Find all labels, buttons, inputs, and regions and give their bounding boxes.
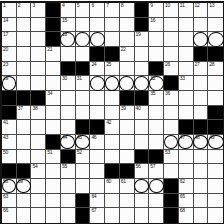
grid-cell[interactable] (31, 135, 46, 150)
grid-cell[interactable] (149, 106, 164, 121)
grid-cell[interactable]: 38 (31, 106, 46, 121)
grid-cell[interactable] (135, 179, 150, 194)
grid-cell[interactable] (194, 208, 209, 223)
circle-marker (90, 76, 105, 91)
black-cell (46, 32, 61, 47)
black-cell (46, 3, 61, 18)
grid-cell[interactable] (194, 18, 209, 33)
clue-number: 3 (32, 3, 34, 8)
clue-number: 39 (121, 106, 126, 111)
grid-cell[interactable] (46, 120, 61, 135)
grid-cell[interactable] (164, 135, 179, 150)
clue-number: 6 (91, 3, 93, 8)
grid-cell[interactable]: 6 (90, 3, 105, 18)
clue-number: 2 (18, 3, 20, 8)
clue-number: 66 (3, 208, 8, 213)
clue-number: 59 (18, 179, 23, 184)
grid-cell[interactable] (120, 208, 135, 223)
circle-marker (193, 32, 208, 47)
clue-number: 53 (165, 150, 170, 155)
grid-cell[interactable]: 36 (164, 91, 179, 106)
grid-cell[interactable] (194, 32, 209, 47)
clue-number: 22 (121, 47, 126, 52)
grid-cell[interactable] (164, 106, 179, 121)
grid-cell[interactable]: 1 (2, 3, 17, 18)
grid-cell[interactable] (149, 32, 164, 47)
black-cell (135, 150, 150, 165)
grid-cell[interactable] (105, 32, 120, 47)
grid-cell[interactable]: 2 (17, 3, 32, 18)
grid-cell[interactable] (120, 194, 135, 209)
black-cell (164, 208, 179, 223)
grid-cell[interactable] (61, 106, 76, 121)
grid-cell[interactable] (105, 91, 120, 106)
grid-cell[interactable] (120, 32, 135, 47)
clue-number: 42 (106, 120, 111, 125)
grid-cell[interactable]: 49 (208, 135, 223, 150)
grid-cell[interactable] (76, 106, 91, 121)
grid-cell[interactable]: 68 (179, 208, 194, 223)
clue-number: 31 (77, 76, 82, 81)
black-cell (135, 3, 150, 18)
clue-number: 29 (3, 76, 8, 81)
grid-cell[interactable] (61, 208, 76, 223)
grid-cell[interactable]: 39 (120, 106, 135, 121)
grid-cell[interactable] (194, 179, 209, 194)
grid-cell[interactable] (179, 150, 194, 165)
black-cell (61, 150, 76, 165)
grid-cell[interactable] (76, 32, 91, 47)
grid-cell[interactable] (164, 47, 179, 62)
grid-cell[interactable] (194, 76, 209, 91)
grid-cell[interactable]: 9 (149, 3, 164, 18)
clue-number: 13 (209, 3, 214, 8)
clue-number: 44 (62, 135, 67, 140)
grid-cell[interactable]: 12 (194, 3, 209, 18)
grid-cell[interactable]: 67 (90, 208, 105, 223)
grid-cell[interactable]: 42 (105, 120, 120, 135)
grid-cell[interactable] (149, 179, 164, 194)
black-cell (179, 120, 194, 135)
grid-cell[interactable] (208, 208, 223, 223)
grid-cell[interactable] (164, 18, 179, 33)
clue-number: 26 (165, 62, 170, 67)
grid-cell[interactable] (120, 150, 135, 165)
black-cell (208, 120, 223, 135)
black-cell (194, 47, 209, 62)
grid-cell[interactable] (135, 135, 150, 150)
grid-cell[interactable]: 64 (90, 194, 105, 209)
grid-cell[interactable] (76, 91, 91, 106)
grid-cell[interactable] (31, 194, 46, 209)
grid-cell[interactable] (31, 76, 46, 91)
black-cell (46, 18, 61, 33)
grid-cell[interactable] (17, 194, 32, 209)
grid-cell[interactable] (208, 18, 223, 33)
black-cell (31, 91, 46, 106)
grid-cell[interactable]: 7 (105, 3, 120, 18)
grid-cell[interactable] (46, 76, 61, 91)
grid-cell[interactable] (31, 150, 46, 165)
grid-cell[interactable] (90, 32, 105, 47)
grid-cell[interactable] (31, 179, 46, 194)
grid-cell[interactable] (105, 150, 120, 165)
black-cell (164, 76, 179, 91)
clue-number: 24 (91, 62, 96, 67)
grid-cell[interactable] (90, 91, 105, 106)
circle-marker (105, 76, 120, 91)
grid-cell[interactable] (76, 164, 91, 179)
grid-cell[interactable] (46, 208, 61, 223)
grid-cell[interactable]: 5 (76, 3, 91, 18)
grid-cell[interactable]: 19 (135, 32, 150, 47)
clue-number: 62 (180, 179, 185, 184)
grid-cell[interactable]: 56 (135, 164, 150, 179)
grid-cell[interactable] (120, 135, 135, 150)
circle-marker (164, 135, 179, 150)
grid-cell[interactable] (135, 208, 150, 223)
grid-cell[interactable]: 24 (90, 62, 105, 77)
grid-cell[interactable] (179, 32, 194, 47)
grid-cell[interactable] (194, 91, 209, 106)
grid-cell[interactable]: 14 (2, 18, 17, 33)
grid-cell[interactable] (46, 194, 61, 209)
clue-number: 43 (3, 135, 8, 140)
clue-number: 45 (77, 135, 82, 140)
grid-cell[interactable] (149, 208, 164, 223)
grid-cell[interactable]: 17 (2, 32, 17, 47)
black-cell (76, 208, 91, 223)
grid-cell[interactable]: 26 (164, 62, 179, 77)
grid-cell[interactable] (208, 179, 223, 194)
black-cell (76, 120, 91, 135)
grid-cell[interactable]: 20 (2, 47, 17, 62)
crossword-board: 1234567891011121314151617181920212223242… (0, 1, 224, 224)
grid-cell[interactable]: 62 (179, 179, 194, 194)
grid-cell[interactable] (90, 106, 105, 121)
grid-cell[interactable]: 25 (105, 62, 120, 77)
grid-cell[interactable] (17, 76, 32, 91)
clue-number: 65 (180, 194, 185, 199)
grid-cell[interactable] (135, 194, 150, 209)
clue-number: 27 (195, 62, 200, 67)
grid-cell[interactable]: 45 (76, 135, 91, 150)
circle-marker (149, 179, 164, 194)
clue-number: 10 (165, 3, 170, 8)
grid-cell[interactable] (90, 150, 105, 165)
clue-number: 35 (150, 91, 155, 96)
grid-cell[interactable] (105, 106, 120, 121)
grid-cell[interactable] (194, 106, 209, 121)
clue-number: 47 (180, 135, 185, 140)
black-cell (149, 150, 164, 165)
clue-number: 4 (62, 3, 64, 8)
black-cell (164, 194, 179, 209)
grid-cell[interactable] (31, 120, 46, 135)
grid-cell[interactable] (17, 135, 32, 150)
black-cell (17, 164, 32, 179)
grid-cell[interactable] (120, 18, 135, 33)
grid-cell[interactable] (179, 18, 194, 33)
grid-cell[interactable]: 23 (2, 62, 17, 77)
black-cell (120, 164, 135, 179)
grid-cell[interactable] (164, 120, 179, 135)
grid-cell[interactable]: 29 (2, 76, 17, 91)
grid-cell[interactable] (46, 164, 61, 179)
black-cell (120, 91, 135, 106)
grid-cell[interactable]: 13 (208, 3, 223, 18)
clue-number: 34 (47, 91, 52, 96)
grid-cell[interactable] (179, 164, 194, 179)
grid-cell[interactable]: 10 (164, 3, 179, 18)
clue-number: 64 (91, 194, 96, 199)
grid-cell[interactable]: 32 (149, 76, 164, 91)
grid-cell[interactable]: 22 (120, 47, 135, 62)
grid-cell[interactable]: 21 (46, 47, 61, 62)
clue-number: 38 (32, 106, 37, 111)
black-cell (194, 120, 209, 135)
grid-cell[interactable]: 57 (149, 164, 164, 179)
grid-cell[interactable]: 61 (120, 179, 135, 194)
grid-cell[interactable]: 66 (2, 208, 17, 223)
grid-cell[interactable]: 59 (17, 179, 32, 194)
clue-number: 55 (62, 164, 67, 169)
grid-cell[interactable] (208, 76, 223, 91)
grid-cell[interactable]: 52 (76, 150, 91, 165)
grid-cell[interactable]: 54 (31, 164, 46, 179)
grid-cell[interactable]: 3 (31, 3, 46, 18)
grid-cell[interactable] (17, 18, 32, 33)
circle-marker (134, 76, 149, 91)
black-cell (2, 164, 17, 179)
clue-number: 11 (180, 3, 185, 8)
grid-cell[interactable] (61, 91, 76, 106)
clue-number: 5 (77, 3, 79, 8)
black-cell (208, 47, 223, 62)
grid-cell[interactable]: 11 (179, 3, 194, 18)
grid-cell[interactable] (17, 47, 32, 62)
grid-cell[interactable] (120, 76, 135, 91)
grid-cell[interactable]: 48 (194, 135, 209, 150)
grid-cell[interactable] (105, 194, 120, 209)
black-cell (164, 179, 179, 194)
grid-cell[interactable] (149, 47, 164, 62)
grid-cell[interactable] (208, 91, 223, 106)
grid-cell[interactable] (208, 164, 223, 179)
grid-cell[interactable]: 18 (61, 32, 76, 47)
grid-cell[interactable] (31, 18, 46, 33)
grid-cell[interactable] (31, 62, 46, 77)
grid-cell[interactable] (90, 76, 105, 91)
clue-number: 30 (62, 76, 67, 81)
grid-cell[interactable] (17, 120, 32, 135)
grid-cell[interactable]: 41 (2, 120, 17, 135)
grid-cell[interactable]: 31 (76, 76, 91, 91)
clue-number: 37 (18, 106, 23, 111)
grid-cell[interactable] (105, 18, 120, 33)
grid-cell[interactable] (179, 91, 194, 106)
clue-number: 19 (136, 32, 141, 37)
grid-cell[interactable] (61, 194, 76, 209)
grid-cell[interactable] (149, 194, 164, 209)
clue-number: 20 (3, 47, 8, 52)
grid-cell[interactable] (17, 208, 32, 223)
clue-number: 61 (121, 179, 126, 184)
clue-number: 16 (150, 18, 155, 23)
grid-cell[interactable] (90, 18, 105, 33)
grid-cell[interactable]: 44 (61, 135, 76, 150)
clue-number: 17 (3, 32, 8, 37)
grid-cell[interactable] (120, 62, 135, 77)
clue-number: 41 (3, 120, 8, 125)
grid-cell[interactable] (179, 106, 194, 121)
grid-cell[interactable]: 55 (61, 164, 76, 179)
clue-number: 50 (3, 150, 8, 155)
grid-cell[interactable] (135, 120, 150, 135)
grid-cell[interactable] (46, 62, 61, 77)
grid-cell[interactable]: 16 (149, 18, 164, 33)
clue-number: 21 (47, 47, 52, 52)
grid-cell[interactable] (76, 18, 91, 33)
grid-cell[interactable]: 53 (164, 150, 179, 165)
grid-cell[interactable] (31, 208, 46, 223)
clue-number: 67 (91, 208, 96, 213)
circle-marker (208, 32, 224, 47)
grid-cell[interactable]: 34 (46, 91, 61, 106)
grid-cell[interactable]: 4 (61, 3, 76, 18)
grid-cell[interactable]: 46 (90, 135, 105, 150)
black-cell (2, 106, 17, 121)
grid-cell[interactable] (135, 47, 150, 62)
black-cell (76, 62, 91, 77)
black-cell (17, 91, 32, 106)
black-cell (90, 120, 105, 135)
black-cell (149, 62, 164, 77)
grid-cell[interactable]: 60 (105, 179, 120, 194)
grid-cell[interactable]: 37 (17, 106, 32, 121)
clue-number: 56 (136, 164, 141, 169)
grid-cell[interactable] (76, 179, 91, 194)
clue-number: 48 (195, 135, 200, 140)
grid-cell[interactable]: 40 (135, 106, 150, 121)
black-cell (135, 91, 150, 106)
grid-cell[interactable] (179, 47, 194, 62)
grid-cell[interactable] (194, 164, 209, 179)
grid-cell[interactable] (194, 194, 209, 209)
grid-cell[interactable]: 30 (61, 76, 76, 91)
clue-number: 51 (47, 150, 52, 155)
grid-cell[interactable]: 15 (61, 18, 76, 33)
grid-cell[interactable] (61, 120, 76, 135)
clue-number: 68 (180, 208, 185, 213)
grid-cell[interactable] (208, 194, 223, 209)
grid-cell[interactable]: 43 (2, 135, 17, 150)
clue-number: 57 (150, 164, 155, 169)
black-cell (208, 106, 223, 121)
grid-cell[interactable] (76, 47, 91, 62)
crossword-puzzle: 1234567891011121314151617181920212223242… (0, 0, 224, 224)
grid-cell[interactable] (194, 150, 209, 165)
grid-cell[interactable] (105, 135, 120, 150)
grid-cell[interactable]: 28 (208, 62, 223, 77)
clue-number: 63 (3, 194, 8, 199)
clue-number: 32 (150, 76, 155, 81)
grid-cell[interactable]: 51 (46, 150, 61, 165)
grid-cell[interactable]: 63 (2, 194, 17, 209)
grid-cell[interactable] (135, 76, 150, 91)
black-cell (61, 62, 76, 77)
grid-cell[interactable] (31, 47, 46, 62)
grid-cell[interactable]: 47 (179, 135, 194, 150)
clue-number: 52 (77, 150, 82, 155)
clue-number: 9 (150, 3, 152, 8)
clue-number: 1 (3, 3, 5, 8)
clue-number: 23 (3, 62, 8, 67)
grid-cell[interactable]: 27 (194, 62, 209, 77)
black-cell (105, 164, 120, 179)
grid-cell[interactable] (46, 106, 61, 121)
grid-cell[interactable] (90, 179, 105, 194)
clue-number: 58 (3, 179, 8, 184)
black-cell (46, 135, 61, 150)
grid-cell[interactable] (179, 62, 194, 77)
grid-cell[interactable] (17, 62, 32, 77)
black-cell (2, 91, 17, 106)
grid-cell[interactable] (135, 62, 150, 77)
clue-number: 12 (195, 3, 200, 8)
grid-cell[interactable] (149, 120, 164, 135)
circle-marker (90, 32, 105, 47)
grid-cell[interactable] (90, 164, 105, 179)
grid-cell[interactable]: 58 (2, 179, 17, 194)
clue-number: 7 (106, 3, 108, 8)
grid-cell[interactable] (17, 32, 32, 47)
circle-marker (119, 76, 134, 91)
black-cell (135, 18, 150, 33)
clue-number: 49 (209, 135, 214, 140)
grid-cell[interactable]: 65 (179, 194, 194, 209)
clue-number: 25 (106, 62, 111, 67)
grid-cell[interactable] (105, 76, 120, 91)
grid-cell[interactable] (164, 32, 179, 47)
clue-number: 60 (106, 179, 111, 184)
clue-number: 28 (209, 62, 214, 67)
clue-number: 8 (121, 3, 123, 8)
clue-number: 46 (91, 135, 96, 140)
grid-cell[interactable] (208, 150, 223, 165)
grid-cell[interactable] (105, 208, 120, 223)
grid-cell[interactable] (61, 47, 76, 62)
grid-cell[interactable] (61, 179, 76, 194)
clue-number: 36 (165, 91, 170, 96)
grid-cell[interactable] (31, 32, 46, 47)
grid-cell[interactable] (164, 164, 179, 179)
grid-cell[interactable] (149, 135, 164, 150)
grid-cell[interactable]: 50 (2, 150, 17, 165)
clue-number: 33 (180, 76, 185, 81)
grid-cell[interactable]: 33 (179, 76, 194, 91)
clue-number: 40 (136, 106, 141, 111)
grid-cell[interactable] (17, 150, 32, 165)
grid-cell[interactable]: 35 (149, 91, 164, 106)
black-cell (105, 47, 120, 62)
clue-number: 15 (62, 18, 67, 23)
circle-marker (75, 32, 90, 47)
grid-cell[interactable] (46, 179, 61, 194)
grid-cell[interactable] (208, 32, 223, 47)
grid-cell[interactable] (120, 120, 135, 135)
grid-cell[interactable]: 8 (120, 3, 135, 18)
